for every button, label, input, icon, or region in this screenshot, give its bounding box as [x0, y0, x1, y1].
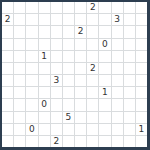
empty-cell[interactable]	[2, 87, 13, 98]
empty-cell[interactable]	[51, 99, 62, 110]
empty-cell[interactable]	[51, 124, 62, 135]
empty-cell[interactable]	[63, 2, 74, 13]
clue-cell: 3	[112, 14, 123, 25]
empty-cell[interactable]	[124, 63, 135, 74]
empty-cell[interactable]	[136, 39, 147, 50]
empty-cell[interactable]	[2, 51, 13, 62]
clue-cell: 0	[99, 39, 110, 50]
empty-cell[interactable]	[87, 112, 98, 123]
empty-cell[interactable]	[26, 99, 37, 110]
empty-cell[interactable]	[26, 26, 37, 37]
empty-cell[interactable]	[124, 26, 135, 37]
clue-cell: 2	[75, 26, 86, 37]
empty-cell[interactable]	[39, 14, 50, 25]
empty-cell[interactable]	[87, 124, 98, 135]
empty-cell[interactable]	[136, 63, 147, 74]
empty-cell[interactable]	[51, 87, 62, 98]
empty-cell[interactable]	[14, 26, 25, 37]
empty-cell[interactable]	[136, 99, 147, 110]
clue-cell: 0	[26, 124, 37, 135]
clue-cell: 1	[99, 87, 110, 98]
empty-cell[interactable]	[63, 124, 74, 135]
empty-cell[interactable]	[99, 63, 110, 74]
empty-cell[interactable]	[136, 75, 147, 86]
empty-cell[interactable]	[14, 2, 25, 13]
empty-cell[interactable]	[112, 2, 123, 13]
empty-cell[interactable]	[39, 39, 50, 50]
empty-cell[interactable]	[51, 26, 62, 37]
empty-cell[interactable]	[112, 99, 123, 110]
empty-cell[interactable]	[124, 136, 135, 147]
empty-cell[interactable]	[14, 99, 25, 110]
empty-cell[interactable]	[26, 75, 37, 86]
empty-cell[interactable]	[87, 136, 98, 147]
empty-cell[interactable]	[99, 136, 110, 147]
empty-cell[interactable]	[14, 63, 25, 74]
empty-cell[interactable]	[14, 87, 25, 98]
empty-cell[interactable]	[124, 87, 135, 98]
empty-cell[interactable]	[75, 14, 86, 25]
empty-cell[interactable]	[87, 75, 98, 86]
empty-cell[interactable]	[136, 26, 147, 37]
empty-cell[interactable]	[87, 39, 98, 50]
empty-cell[interactable]	[99, 75, 110, 86]
empty-cell[interactable]	[99, 124, 110, 135]
empty-cell[interactable]	[87, 99, 98, 110]
empty-cell[interactable]	[87, 14, 98, 25]
empty-cell[interactable]	[136, 2, 147, 13]
empty-cell[interactable]	[87, 51, 98, 62]
empty-cell[interactable]	[14, 14, 25, 25]
empty-cell[interactable]	[112, 112, 123, 123]
empty-cell[interactable]	[124, 14, 135, 25]
empty-cell[interactable]	[51, 63, 62, 74]
empty-cell[interactable]	[63, 99, 74, 110]
empty-cell[interactable]	[75, 99, 86, 110]
clue-cell: 2	[87, 63, 98, 74]
empty-cell[interactable]	[112, 87, 123, 98]
empty-cell[interactable]	[26, 63, 37, 74]
empty-cell[interactable]	[51, 112, 62, 123]
empty-cell[interactable]	[136, 87, 147, 98]
empty-cell[interactable]	[39, 87, 50, 98]
empty-cell[interactable]	[2, 99, 13, 110]
empty-cell[interactable]	[124, 75, 135, 86]
clue-cell: 2	[51, 136, 62, 147]
empty-cell[interactable]	[75, 39, 86, 50]
puzzle-screenshot: 22320123105012	[0, 0, 150, 150]
empty-cell[interactable]	[112, 51, 123, 62]
empty-cell[interactable]	[75, 51, 86, 62]
empty-cell[interactable]	[2, 63, 13, 74]
empty-cell[interactable]	[2, 2, 13, 13]
empty-cell[interactable]	[63, 63, 74, 74]
empty-cell[interactable]	[14, 136, 25, 147]
empty-cell[interactable]	[14, 124, 25, 135]
empty-cell[interactable]	[14, 75, 25, 86]
empty-cell[interactable]	[136, 136, 147, 147]
empty-cell[interactable]	[124, 51, 135, 62]
empty-cell[interactable]	[63, 39, 74, 50]
empty-cell[interactable]	[75, 75, 86, 86]
clue-cell: 3	[51, 75, 62, 86]
empty-cell[interactable]	[51, 14, 62, 25]
empty-cell[interactable]	[26, 112, 37, 123]
empty-cell[interactable]	[63, 51, 74, 62]
empty-cell[interactable]	[124, 39, 135, 50]
clue-cell: 1	[136, 124, 147, 135]
empty-cell[interactable]	[136, 112, 147, 123]
empty-cell[interactable]	[39, 124, 50, 135]
empty-cell[interactable]	[39, 75, 50, 86]
empty-cell[interactable]	[63, 87, 74, 98]
clue-cell: 0	[39, 99, 50, 110]
empty-cell[interactable]	[14, 51, 25, 62]
empty-cell[interactable]	[124, 2, 135, 13]
empty-cell[interactable]	[51, 51, 62, 62]
empty-cell[interactable]	[39, 26, 50, 37]
empty-cell[interactable]	[63, 136, 74, 147]
empty-cell[interactable]	[75, 136, 86, 147]
empty-cell[interactable]	[39, 136, 50, 147]
empty-cell[interactable]	[2, 39, 13, 50]
empty-cell[interactable]	[75, 2, 86, 13]
empty-cell[interactable]	[51, 2, 62, 13]
empty-cell[interactable]	[136, 51, 147, 62]
empty-cell[interactable]	[51, 39, 62, 50]
clue-cell: 5	[63, 112, 74, 123]
empty-cell[interactable]	[14, 39, 25, 50]
empty-cell[interactable]	[99, 112, 110, 123]
empty-cell[interactable]	[26, 51, 37, 62]
empty-cell[interactable]	[75, 124, 86, 135]
empty-cell[interactable]	[112, 124, 123, 135]
empty-cell[interactable]	[26, 2, 37, 13]
empty-cell[interactable]	[14, 112, 25, 123]
empty-cell[interactable]	[87, 87, 98, 98]
empty-cell[interactable]	[112, 26, 123, 37]
empty-cell[interactable]	[112, 39, 123, 50]
empty-cell[interactable]	[112, 136, 123, 147]
empty-cell[interactable]	[99, 14, 110, 25]
empty-cell[interactable]	[26, 14, 37, 25]
minesweeper-board: 22320123105012	[0, 0, 150, 150]
empty-cell[interactable]	[39, 112, 50, 123]
empty-cell[interactable]	[39, 2, 50, 13]
empty-cell[interactable]	[75, 112, 86, 123]
clue-cell: 1	[39, 51, 50, 62]
empty-cell[interactable]	[99, 2, 110, 13]
empty-cell[interactable]	[112, 75, 123, 86]
empty-cell[interactable]	[2, 136, 13, 147]
empty-cell[interactable]	[99, 99, 110, 110]
empty-cell[interactable]	[124, 99, 135, 110]
empty-cell[interactable]	[99, 26, 110, 37]
empty-cell[interactable]	[2, 112, 13, 123]
empty-cell[interactable]	[2, 26, 13, 37]
empty-cell[interactable]	[136, 14, 147, 25]
empty-cell[interactable]	[63, 75, 74, 86]
empty-cell[interactable]	[63, 26, 74, 37]
empty-cell[interactable]	[99, 51, 110, 62]
empty-cell[interactable]	[87, 26, 98, 37]
clue-cell: 2	[2, 14, 13, 25]
empty-cell[interactable]	[63, 14, 74, 25]
empty-cell[interactable]	[112, 63, 123, 74]
empty-cell[interactable]	[2, 75, 13, 86]
empty-cell[interactable]	[26, 136, 37, 147]
empty-cell[interactable]	[2, 124, 13, 135]
empty-cell[interactable]	[26, 87, 37, 98]
empty-cell[interactable]	[124, 112, 135, 123]
empty-cell[interactable]	[75, 63, 86, 74]
empty-cell[interactable]	[124, 124, 135, 135]
empty-cell[interactable]	[75, 87, 86, 98]
clue-cell: 2	[87, 2, 98, 13]
empty-cell[interactable]	[39, 63, 50, 74]
empty-cell[interactable]	[26, 39, 37, 50]
